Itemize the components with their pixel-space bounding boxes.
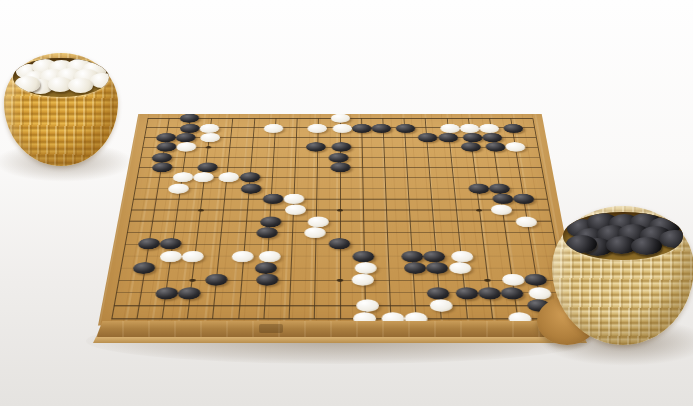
grid-line-vertical bbox=[212, 118, 233, 318]
white-stone[interactable] bbox=[448, 262, 471, 274]
black-stone[interactable] bbox=[156, 142, 177, 151]
star-point bbox=[205, 146, 211, 148]
black-stone[interactable] bbox=[155, 133, 176, 142]
white-stone[interactable] bbox=[176, 142, 197, 151]
white-stone[interactable] bbox=[505, 142, 526, 151]
white-stone[interactable] bbox=[231, 251, 254, 262]
grid-line-horizontal bbox=[120, 268, 559, 269]
black-stone[interactable] bbox=[503, 124, 524, 133]
black-stone[interactable] bbox=[262, 194, 283, 204]
white-stone[interactable] bbox=[193, 172, 215, 182]
black-stone[interactable] bbox=[418, 133, 438, 142]
black-stone[interactable] bbox=[205, 274, 228, 286]
black-stone[interactable] bbox=[396, 124, 416, 133]
black-stone[interactable] bbox=[132, 262, 156, 274]
grid-line-vertical bbox=[382, 118, 391, 318]
white-stone[interactable] bbox=[199, 124, 220, 133]
black-stone[interactable] bbox=[462, 133, 483, 142]
star-point bbox=[476, 209, 482, 212]
white-stone[interactable] bbox=[218, 172, 239, 182]
black-stone[interactable] bbox=[352, 124, 372, 133]
black-stone[interactable] bbox=[331, 142, 351, 151]
black-stone[interactable] bbox=[328, 238, 350, 249]
goban-3d-wrapper bbox=[98, 114, 582, 326]
black-stone[interactable] bbox=[306, 142, 326, 151]
goban-front-rim bbox=[96, 321, 584, 338]
white-stone[interactable] bbox=[356, 300, 379, 312]
black-stone[interactable] bbox=[330, 163, 350, 173]
white-stone[interactable] bbox=[330, 114, 349, 123]
grid-line-vertical bbox=[361, 118, 366, 318]
grid-line-vertical bbox=[238, 118, 255, 318]
white-stone[interactable] bbox=[515, 216, 538, 227]
white-stone[interactable] bbox=[285, 204, 306, 214]
black-stone-bowl bbox=[552, 206, 693, 345]
white-stone[interactable] bbox=[200, 133, 221, 142]
star-point bbox=[189, 279, 196, 282]
white-stone[interactable] bbox=[351, 274, 373, 286]
black-stone[interactable] bbox=[177, 288, 201, 300]
black-stone[interactable] bbox=[427, 288, 450, 300]
white-stone[interactable] bbox=[172, 172, 194, 182]
white-stone-bowl bbox=[4, 53, 118, 166]
black-stone[interactable] bbox=[155, 288, 179, 300]
grid-line-horizontal bbox=[127, 232, 553, 233]
black-stone[interactable] bbox=[256, 274, 279, 286]
grid-line-horizontal bbox=[111, 318, 569, 319]
black-stone[interactable] bbox=[151, 163, 173, 173]
black-stone[interactable] bbox=[197, 163, 218, 173]
star-point bbox=[337, 209, 343, 212]
grid-line-vertical bbox=[404, 118, 417, 318]
black-stone[interactable] bbox=[524, 274, 548, 286]
black-stone[interactable] bbox=[492, 194, 514, 204]
white-stone[interactable] bbox=[167, 184, 189, 194]
black-stone[interactable] bbox=[328, 153, 348, 163]
black-stone[interactable] bbox=[175, 133, 196, 142]
black-stone[interactable] bbox=[137, 238, 160, 249]
white-stone[interactable] bbox=[304, 227, 326, 238]
black-stone[interactable] bbox=[179, 114, 200, 123]
white-stone[interactable] bbox=[490, 204, 512, 214]
black-stone[interactable] bbox=[426, 262, 449, 274]
grid-line-vertical bbox=[289, 118, 298, 318]
black-stone[interactable] bbox=[179, 124, 200, 133]
white-stone[interactable] bbox=[450, 251, 473, 262]
black-stone[interactable] bbox=[151, 153, 173, 163]
white-stone[interactable] bbox=[283, 194, 304, 204]
black-stone[interactable] bbox=[500, 288, 524, 300]
white-stone[interactable] bbox=[332, 124, 352, 133]
black-stone[interactable] bbox=[352, 251, 374, 262]
white-stone[interactable] bbox=[479, 124, 500, 133]
black-stone[interactable] bbox=[489, 184, 511, 194]
star-point bbox=[484, 279, 491, 282]
white-stone[interactable] bbox=[528, 288, 552, 300]
white-stone[interactable] bbox=[258, 251, 281, 262]
white-stone[interactable] bbox=[502, 274, 526, 286]
white-stone[interactable] bbox=[181, 251, 204, 262]
white-stone[interactable] bbox=[159, 251, 182, 262]
white-stone[interactable] bbox=[354, 262, 376, 274]
grid-line-horizontal bbox=[114, 305, 567, 306]
black-stone[interactable] bbox=[477, 288, 501, 300]
black-stone[interactable] bbox=[404, 262, 427, 274]
go-board[interactable] bbox=[98, 114, 582, 326]
black-stone[interactable] bbox=[455, 288, 479, 300]
white-stone[interactable] bbox=[308, 124, 328, 133]
black-stone-in-bowl bbox=[631, 237, 662, 255]
maker-stamp bbox=[259, 324, 283, 333]
goban-base-layer bbox=[93, 337, 587, 343]
black-stone[interactable] bbox=[239, 172, 260, 182]
black-stone[interactable] bbox=[513, 194, 535, 204]
white-stone[interactable] bbox=[459, 124, 480, 133]
black-stone[interactable] bbox=[438, 133, 459, 142]
white-stone[interactable] bbox=[263, 124, 283, 133]
black-stone[interactable] bbox=[401, 251, 424, 262]
black-stone[interactable] bbox=[254, 262, 277, 274]
black-stone[interactable] bbox=[423, 251, 446, 262]
grid-line-horizontal bbox=[129, 221, 551, 222]
black-bowl-opening bbox=[563, 212, 682, 261]
black-stone[interactable] bbox=[460, 142, 481, 151]
black-stone[interactable] bbox=[260, 216, 282, 227]
white-stone[interactable] bbox=[430, 300, 454, 312]
white-stone-in-bowl bbox=[68, 78, 93, 93]
black-stone[interactable] bbox=[159, 238, 182, 249]
star-point bbox=[337, 279, 343, 282]
black-stone[interactable] bbox=[482, 133, 503, 142]
white-bowl-opening bbox=[13, 58, 109, 98]
black-stone[interactable] bbox=[468, 184, 490, 194]
black-stone[interactable] bbox=[371, 124, 391, 133]
photo-scene bbox=[0, 0, 693, 406]
black-stone[interactable] bbox=[485, 142, 506, 151]
black-stone[interactable] bbox=[240, 184, 261, 194]
black-stone[interactable] bbox=[256, 227, 278, 238]
white-stone[interactable] bbox=[308, 216, 329, 227]
star-point bbox=[198, 209, 204, 212]
white-stone[interactable] bbox=[440, 124, 460, 133]
